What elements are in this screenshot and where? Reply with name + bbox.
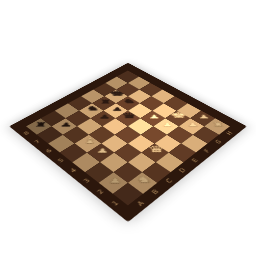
square-f1 xyxy=(181,135,208,153)
photo-background: ♜♟♞♜♚♟♟♞♝♛♟♟♟♚♟♛♟♟♞♜ ABCDEFGH 87654321 xyxy=(0,0,256,256)
board-grid: ♜♟♞♜♚♟♟♞♝♛♟♟♟♚♟♛♟♟♞♜ xyxy=(26,71,230,206)
chess-board: ♜♟♞♜♚♟♟♞♝♛♟♟♟♚♟♛♟♟♞♜ ABCDEFGH 87654321 xyxy=(9,63,247,222)
square-h2: ♟ xyxy=(190,111,215,127)
square-e1 xyxy=(169,143,196,162)
